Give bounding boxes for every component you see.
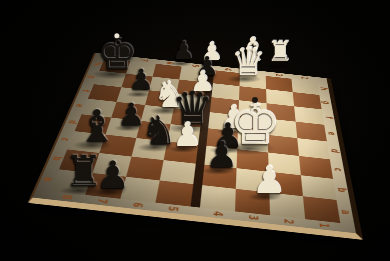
near-rank-label-4: 4	[211, 211, 223, 217]
pawn-icon: ♟	[206, 137, 238, 171]
bishop-icon: ♝	[77, 105, 116, 147]
near-rank-label-6: 6	[130, 202, 143, 208]
right-file-label-e: e	[326, 131, 336, 135]
square-a4[interactable]	[200, 185, 236, 211]
pawn-icon: ♟	[129, 68, 154, 95]
black-pawn-b4[interactable]: ♟	[206, 137, 238, 171]
pawn-icon: ♟	[252, 162, 286, 198]
left-file-label-b: b	[50, 156, 63, 161]
pawn-icon: ♟	[96, 157, 130, 193]
white-pawn-c5[interactable]: ♟	[172, 118, 202, 149]
near-rank-label-7: 7	[95, 198, 108, 204]
black-pawn-f7[interactable]: ♟	[129, 68, 154, 95]
left-file-label-d: d	[66, 120, 78, 125]
right-file-label-a: a	[339, 209, 351, 215]
left-file-label-a: a	[41, 176, 54, 182]
pawn-icon: ♟	[172, 40, 194, 64]
pawn-icon: ♟	[172, 118, 202, 149]
right-file-label-h: h	[319, 87, 328, 91]
black-king-finial	[115, 34, 120, 39]
right-file-label-f: f	[324, 116, 334, 119]
square-a1[interactable]	[303, 196, 340, 223]
near-rank-label-5: 5	[166, 206, 179, 212]
right-file-label-b: b	[335, 187, 347, 193]
white-king-finial	[252, 96, 258, 102]
left-file-label-g: g	[86, 75, 96, 79]
square-a5[interactable]	[155, 180, 193, 206]
white-pawn-a2[interactable]: ♟	[252, 162, 286, 198]
near-rank-label-1: 1	[317, 222, 329, 228]
black-pawn-a7[interactable]: ♟	[96, 157, 130, 193]
chessboard-photo: 8765432187654321abcdefghabcdefgh ♚♛♜♝♞♟♟…	[0, 0, 390, 261]
left-file-label-c: c	[59, 137, 71, 141]
white-queen-g4[interactable]: ♛	[231, 43, 266, 80]
near-rank-label-2: 2	[282, 218, 294, 224]
queen-icon: ♛	[231, 43, 266, 80]
white-rook-h3[interactable]: ♜	[267, 40, 292, 67]
right-file-label-d: d	[329, 148, 340, 153]
right-file-label-c: c	[332, 167, 343, 172]
left-file-label-f: f	[80, 89, 90, 92]
black-pawn-h6[interactable]: ♟	[172, 40, 194, 64]
right-file-label-g: g	[321, 101, 331, 105]
rook-icon: ♜	[267, 40, 292, 67]
near-rank-label-3: 3	[247, 214, 259, 220]
black-bishop-c8[interactable]: ♝	[77, 105, 116, 147]
